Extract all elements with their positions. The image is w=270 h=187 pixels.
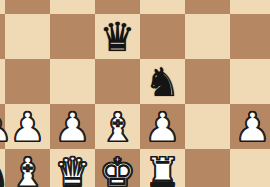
square-d3[interactable]	[50, 59, 95, 104]
square-c4[interactable]	[5, 14, 50, 59]
black-knight-f3[interactable]: ♞	[140, 59, 185, 104]
white-pawn-f2[interactable]: ♟	[140, 104, 185, 149]
square-g2[interactable]	[185, 104, 230, 149]
square-c5[interactable]	[5, 0, 50, 14]
square-g3[interactable]	[185, 59, 230, 104]
square-h1[interactable]	[230, 149, 270, 187]
square-g4[interactable]	[185, 14, 230, 59]
square-c3[interactable]	[5, 59, 50, 104]
white-king-e1[interactable]: ♚	[95, 149, 140, 187]
square-h5[interactable]	[230, 0, 270, 14]
white-rook-f1[interactable]: ♜	[140, 149, 185, 187]
square-d5[interactable]	[50, 0, 95, 14]
square-e3[interactable]	[95, 59, 140, 104]
white-bishop-e2[interactable]: ♝	[95, 104, 140, 149]
square-f4[interactable]	[140, 14, 185, 59]
square-f5[interactable]	[140, 0, 185, 14]
square-g1[interactable]	[185, 149, 230, 187]
white-bishop-c1[interactable]: ♝	[5, 149, 50, 187]
square-e5[interactable]	[95, 0, 140, 14]
square-d4[interactable]	[50, 14, 95, 59]
square-h4[interactable]	[230, 14, 270, 59]
square-h3[interactable]	[230, 59, 270, 104]
white-queen-d1[interactable]: ♛	[50, 149, 95, 187]
white-pawn-d2[interactable]: ♟	[50, 104, 95, 149]
chess-board[interactable]: ♛♞♟♟♟♝♟♟♞♝♛♚♜	[0, 0, 270, 187]
black-queen-e4[interactable]: ♛	[95, 14, 140, 59]
square-g5[interactable]	[185, 0, 230, 14]
white-pawn-h2[interactable]: ♟	[230, 104, 270, 149]
white-pawn-c2[interactable]: ♟	[5, 104, 50, 149]
